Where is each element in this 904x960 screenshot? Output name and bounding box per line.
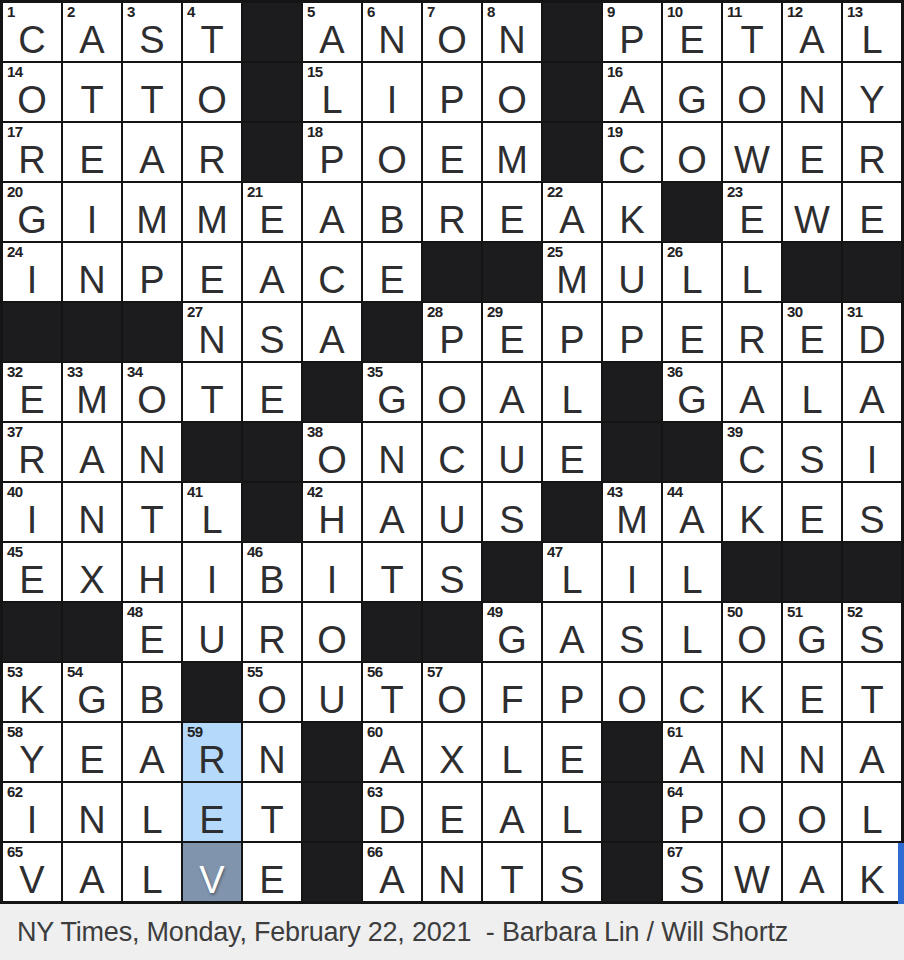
- cell-letter: E: [259, 381, 284, 421]
- cell-r12c13[interactable]: K: [723, 663, 781, 721]
- cell-r6c13[interactable]: R: [723, 303, 781, 361]
- cell-r13c10[interactable]: E: [543, 723, 601, 781]
- cell-r14c7[interactable]: 63D: [363, 783, 421, 841]
- cell-r12c10[interactable]: P: [543, 663, 601, 721]
- cell-r2c2[interactable]: T: [63, 63, 121, 121]
- cell-letter: E: [199, 261, 224, 301]
- cell-r3c1[interactable]: 17R: [3, 123, 61, 181]
- cell-r8c13[interactable]: 39C: [723, 423, 781, 481]
- cell-letter: W: [734, 141, 770, 181]
- cell-r5c2[interactable]: N: [63, 243, 121, 301]
- cell-r5c7[interactable]: E: [363, 243, 421, 301]
- cell-letter: O: [17, 81, 47, 121]
- clue-number: 25: [547, 244, 563, 261]
- cell-r11c9[interactable]: 49G: [483, 603, 541, 661]
- cell-r10c7[interactable]: T: [363, 543, 421, 601]
- cell-r2c5: [243, 63, 301, 121]
- cell-r14c14[interactable]: O: [783, 783, 841, 841]
- cell-r7c10[interactable]: L: [543, 363, 601, 421]
- cell-r5c10[interactable]: 25M: [543, 243, 601, 301]
- cell-r7c15[interactable]: A: [843, 363, 901, 421]
- cell-r10c6[interactable]: I: [303, 543, 361, 601]
- cell-r3c2[interactable]: E: [63, 123, 121, 181]
- cell-r11c13[interactable]: 50O: [723, 603, 781, 661]
- cell-letter: E: [739, 201, 764, 241]
- crossword-grid: 1C2A3S4T5A6N7O8N9P10E11T12A13L14OTTO15LI…: [0, 0, 904, 904]
- cell-r1c14[interactable]: 12A: [783, 3, 841, 61]
- cell-letter: E: [199, 801, 224, 841]
- puzzle-title: NY Times, Monday, February 22, 2021 - Ba…: [17, 917, 788, 948]
- cell-r3c6[interactable]: 18P: [303, 123, 361, 181]
- cell-r13c14[interactable]: N: [783, 723, 841, 781]
- cell-r15c13[interactable]: W: [723, 843, 781, 901]
- clue-number: 65: [7, 844, 23, 861]
- cell-r7c4[interactable]: T: [183, 363, 241, 421]
- cell-r12c14[interactable]: E: [783, 663, 841, 721]
- cell-r14c12[interactable]: 64P: [663, 783, 721, 841]
- cell-r12c15[interactable]: T: [843, 663, 901, 721]
- cell-r4c9[interactable]: E: [483, 183, 541, 241]
- cell-r14c9[interactable]: A: [483, 783, 541, 841]
- cell-r8c2[interactable]: A: [63, 423, 121, 481]
- cell-r6c4[interactable]: 27N: [183, 303, 241, 361]
- cell-r13c3[interactable]: A: [123, 723, 181, 781]
- cell-r8c7[interactable]: N: [363, 423, 421, 481]
- cell-letter: E: [859, 201, 884, 241]
- cell-r4c10[interactable]: 22A: [543, 183, 601, 241]
- cell-r8c9[interactable]: U: [483, 423, 541, 481]
- cell-letter: Y: [19, 741, 44, 781]
- cell-letter: A: [139, 141, 164, 181]
- cell-r6c10[interactable]: P: [543, 303, 601, 361]
- cell-letter: B: [259, 561, 284, 601]
- cell-r2c12[interactable]: G: [663, 63, 721, 121]
- cell-r11c14[interactable]: 51G: [783, 603, 841, 661]
- cell-letter: H: [138, 561, 165, 601]
- cell-r15c10[interactable]: S: [543, 843, 601, 901]
- cell-r1c10: [543, 3, 601, 61]
- cell-r11c5[interactable]: R: [243, 603, 301, 661]
- cell-letter: S: [259, 321, 284, 361]
- cell-r13c12[interactable]: 61A: [663, 723, 721, 781]
- cell-r10c9: [483, 543, 541, 601]
- cell-r13c1[interactable]: 58Y: [3, 723, 61, 781]
- cell-r15c1[interactable]: 65V: [3, 843, 61, 901]
- cell-r4c3[interactable]: M: [123, 183, 181, 241]
- cell-r15c3[interactable]: L: [123, 843, 181, 901]
- clue-number: 11: [727, 4, 742, 21]
- cell-r2c7[interactable]: I: [363, 63, 421, 121]
- cell-r9c14[interactable]: E: [783, 483, 841, 541]
- cell-letter: L: [681, 261, 702, 301]
- cell-r9c13[interactable]: K: [723, 483, 781, 541]
- cell-r8c10[interactable]: E: [543, 423, 601, 481]
- cell-r4c1[interactable]: 20G: [3, 183, 61, 241]
- clue-number: 10: [667, 4, 683, 21]
- cell-r7c7[interactable]: 35G: [363, 363, 421, 421]
- cell-r8c8[interactable]: C: [423, 423, 481, 481]
- cell-letter: A: [499, 381, 524, 421]
- cell-r7c1[interactable]: 32E: [3, 363, 61, 421]
- cell-letter: W: [794, 201, 830, 241]
- cell-r15c9[interactable]: T: [483, 843, 541, 901]
- cell-r11c11[interactable]: S: [603, 603, 661, 661]
- cell-letter: O: [437, 21, 467, 61]
- cell-letter: U: [198, 621, 225, 661]
- cell-r6c9[interactable]: 29E: [483, 303, 541, 361]
- clue-number: 55: [247, 664, 263, 681]
- cell-letter: L: [861, 801, 882, 841]
- cell-r6c2: [63, 303, 121, 361]
- cell-letter: A: [259, 261, 284, 301]
- cell-r13c8[interactable]: X: [423, 723, 481, 781]
- cell-letter: E: [799, 321, 824, 361]
- cell-r3c15[interactable]: R: [843, 123, 901, 181]
- cell-r3c5: [243, 123, 301, 181]
- cell-r3c10: [543, 123, 601, 181]
- cell-r7c5[interactable]: E: [243, 363, 301, 421]
- cell-r5c6[interactable]: C: [303, 243, 361, 301]
- cell-r1c8[interactable]: 7O: [423, 3, 481, 61]
- cell-r9c7[interactable]: A: [363, 483, 421, 541]
- cell-r14c11: [603, 783, 661, 841]
- cell-r3c8[interactable]: E: [423, 123, 481, 181]
- cell-r15c14[interactable]: A: [783, 843, 841, 901]
- cell-letter: N: [258, 741, 285, 781]
- cell-r9c15[interactable]: S: [843, 483, 901, 541]
- cell-r9c12[interactable]: 44A: [663, 483, 721, 541]
- cell-letter: C: [18, 21, 45, 61]
- cell-r1c13[interactable]: 11T: [723, 3, 781, 61]
- cell-r8c6[interactable]: 38O: [303, 423, 361, 481]
- cell-letter: R: [18, 141, 45, 181]
- cell-r2c6[interactable]: 15L: [303, 63, 361, 121]
- clue-number: 32: [7, 364, 23, 381]
- cell-r3c13[interactable]: W: [723, 123, 781, 181]
- cell-letter: T: [860, 681, 883, 721]
- cell-r6c11[interactable]: P: [603, 303, 661, 361]
- cell-r7c2[interactable]: 33M: [63, 363, 121, 421]
- cell-r3c9[interactable]: M: [483, 123, 541, 181]
- cell-letter: R: [438, 201, 465, 241]
- cell-r10c8[interactable]: S: [423, 543, 481, 601]
- cell-r4c6[interactable]: A: [303, 183, 361, 241]
- cell-r9c4[interactable]: 41L: [183, 483, 241, 541]
- cell-letter: T: [500, 861, 523, 901]
- cell-letter: O: [317, 441, 347, 481]
- clue-number: 59: [187, 724, 203, 741]
- cell-r6c6[interactable]: A: [303, 303, 361, 361]
- cell-letter: E: [499, 201, 524, 241]
- cell-r9c9[interactable]: S: [483, 483, 541, 541]
- cell-r2c9[interactable]: O: [483, 63, 541, 121]
- cell-r3c7[interactable]: O: [363, 123, 421, 181]
- cell-letter: E: [439, 141, 464, 181]
- cell-letter: U: [438, 501, 465, 541]
- clue-number: 3: [127, 4, 135, 21]
- cell-r11c10[interactable]: A: [543, 603, 601, 661]
- clue-number: 33: [67, 364, 83, 381]
- cell-letter: E: [259, 201, 284, 241]
- cell-letter: E: [799, 141, 824, 181]
- cell-r1c2[interactable]: 2A: [63, 3, 121, 61]
- cell-r15c4[interactable]: V: [183, 843, 241, 901]
- cell-r13c4[interactable]: 59R: [183, 723, 241, 781]
- cell-r14c13[interactable]: O: [723, 783, 781, 841]
- cell-letter: I: [387, 81, 398, 121]
- cell-r9c11[interactable]: 43M: [603, 483, 661, 541]
- cell-r11c1: [3, 603, 61, 661]
- cell-r7c3[interactable]: 34O: [123, 363, 181, 421]
- cell-r1c4[interactable]: 4T: [183, 3, 241, 61]
- cell-r1c12[interactable]: 10E: [663, 3, 721, 61]
- cell-r5c11[interactable]: U: [603, 243, 661, 301]
- cell-r15c6: [303, 843, 361, 901]
- cell-letter: M: [136, 201, 168, 241]
- cell-r12c8[interactable]: 57O: [423, 663, 481, 721]
- cell-r6c15[interactable]: 31D: [843, 303, 901, 361]
- cell-r13c5[interactable]: N: [243, 723, 301, 781]
- cell-r1c11[interactable]: 9P: [603, 3, 661, 61]
- cell-r8c14[interactable]: S: [783, 423, 841, 481]
- cell-r15c8[interactable]: N: [423, 843, 481, 901]
- cell-letter: E: [439, 801, 464, 841]
- cell-r10c4[interactable]: I: [183, 543, 241, 601]
- clue-number: 21: [247, 184, 263, 201]
- cell-r5c12[interactable]: 26L: [663, 243, 721, 301]
- cell-r12c1[interactable]: 53K: [3, 663, 61, 721]
- cell-r3c11[interactable]: 19C: [603, 123, 661, 181]
- cell-r1c15[interactable]: 13L: [843, 3, 901, 61]
- clue-number: 64: [667, 784, 683, 801]
- cell-letter: L: [501, 741, 522, 781]
- cell-letter: L: [681, 561, 702, 601]
- cell-r4c7[interactable]: B: [363, 183, 421, 241]
- cell-r4c15[interactable]: E: [843, 183, 901, 241]
- cell-r12c5[interactable]: 55O: [243, 663, 301, 721]
- cell-r13c13[interactable]: N: [723, 723, 781, 781]
- cell-r11c6[interactable]: O: [303, 603, 361, 661]
- cell-r4c12: [663, 183, 721, 241]
- cell-letter: I: [27, 801, 38, 841]
- cell-r3c4[interactable]: R: [183, 123, 241, 181]
- clue-number: 19: [607, 124, 623, 141]
- crossword-app: 1C2A3S4T5A6N7O8N9P10E11T12A13L14OTTO15LI…: [0, 0, 904, 960]
- cell-r13c7[interactable]: 60A: [363, 723, 421, 781]
- cell-letter: T: [200, 21, 223, 61]
- clue-number: 22: [547, 184, 563, 201]
- clue-number: 42: [307, 484, 323, 501]
- cell-letter: C: [618, 141, 645, 181]
- cell-letter: H: [318, 501, 345, 541]
- cell-r14c5[interactable]: T: [243, 783, 301, 841]
- cell-letter: P: [559, 321, 584, 361]
- cell-r12c3[interactable]: B: [123, 663, 181, 721]
- cell-r4c13[interactable]: 23E: [723, 183, 781, 241]
- clue-number: 49: [487, 604, 503, 621]
- cell-letter: A: [619, 81, 644, 121]
- cell-r13c2[interactable]: E: [63, 723, 121, 781]
- cell-letter: N: [798, 741, 825, 781]
- cell-r9c1[interactable]: 40I: [3, 483, 61, 541]
- cell-r9c8[interactable]: U: [423, 483, 481, 541]
- cell-r7c13[interactable]: A: [723, 363, 781, 421]
- cell-letter: A: [739, 381, 764, 421]
- cell-r1c1[interactable]: 1C: [3, 3, 61, 61]
- cell-r13c9[interactable]: L: [483, 723, 541, 781]
- cell-letter: N: [498, 21, 525, 61]
- clue-number: 58: [7, 724, 23, 741]
- cell-letter: O: [197, 81, 227, 121]
- cell-r1c7[interactable]: 6N: [363, 3, 421, 61]
- cell-r8c15[interactable]: I: [843, 423, 901, 481]
- cell-r5c5[interactable]: A: [243, 243, 301, 301]
- cell-r9c3[interactable]: T: [123, 483, 181, 541]
- cell-r4c2[interactable]: I: [63, 183, 121, 241]
- cell-r12c9[interactable]: F: [483, 663, 541, 721]
- cell-letter: O: [797, 801, 827, 841]
- cell-r8c1[interactable]: 37R: [3, 423, 61, 481]
- cell-r6c14[interactable]: 30E: [783, 303, 841, 361]
- cell-letter: A: [859, 381, 884, 421]
- cell-r14c15[interactable]: L: [843, 783, 901, 841]
- cell-r4c5[interactable]: 21E: [243, 183, 301, 241]
- cell-r1c6[interactable]: 5A: [303, 3, 361, 61]
- cell-letter: N: [198, 321, 225, 361]
- cell-r15c12[interactable]: 67S: [663, 843, 721, 901]
- cell-r2c1[interactable]: 14O: [3, 63, 61, 121]
- cell-r10c5[interactable]: 46B: [243, 543, 301, 601]
- cell-r14c8[interactable]: E: [423, 783, 481, 841]
- cell-letter: A: [79, 861, 104, 901]
- cell-letter: A: [79, 441, 104, 481]
- cell-r13c15[interactable]: A: [843, 723, 901, 781]
- cell-letter: I: [27, 261, 38, 301]
- cell-r5c3[interactable]: P: [123, 243, 181, 301]
- scrollbar-thumb[interactable]: [898, 843, 904, 904]
- cell-letter: G: [17, 201, 47, 241]
- cell-r15c2[interactable]: A: [63, 843, 121, 901]
- cell-letter: R: [198, 141, 225, 181]
- clue-number: 1: [7, 4, 15, 21]
- cell-r5c1[interactable]: 24I: [3, 243, 61, 301]
- cell-r3c14[interactable]: E: [783, 123, 841, 181]
- cell-letter: A: [559, 621, 584, 661]
- cell-letter: A: [79, 21, 104, 61]
- cell-r15c5[interactable]: E: [243, 843, 301, 901]
- clue-number: 13: [847, 4, 863, 21]
- cell-letter: A: [679, 501, 704, 541]
- cell-r2c13[interactable]: O: [723, 63, 781, 121]
- cell-r7c8[interactable]: O: [423, 363, 481, 421]
- cell-r12c6[interactable]: U: [303, 663, 361, 721]
- cell-r8c5: [243, 423, 301, 481]
- cell-r11c4[interactable]: U: [183, 603, 241, 661]
- cell-letter: G: [377, 381, 407, 421]
- cell-r12c2[interactable]: 54G: [63, 663, 121, 721]
- cell-letter: P: [559, 681, 584, 721]
- cell-r10c12[interactable]: L: [663, 543, 721, 601]
- cell-r10c3[interactable]: H: [123, 543, 181, 601]
- cell-r4c4[interactable]: M: [183, 183, 241, 241]
- cell-r15c7[interactable]: 66A: [363, 843, 421, 901]
- cell-r14c10[interactable]: L: [543, 783, 601, 841]
- cell-letter: T: [260, 801, 283, 841]
- cell-r4c11[interactable]: K: [603, 183, 661, 241]
- cell-letter: C: [738, 441, 765, 481]
- cell-r14c4[interactable]: E: [183, 783, 241, 841]
- cell-r14c6: [303, 783, 361, 841]
- cell-r4c8[interactable]: R: [423, 183, 481, 241]
- cell-r3c3[interactable]: A: [123, 123, 181, 181]
- cell-r10c2[interactable]: X: [63, 543, 121, 601]
- cell-r2c15[interactable]: Y: [843, 63, 901, 121]
- cell-r14c3[interactable]: L: [123, 783, 181, 841]
- cell-r7c12[interactable]: 36G: [663, 363, 721, 421]
- cell-r2c11[interactable]: 16A: [603, 63, 661, 121]
- cell-r5c4[interactable]: E: [183, 243, 241, 301]
- cell-r5c13[interactable]: L: [723, 243, 781, 301]
- cell-letter: T: [380, 561, 403, 601]
- cell-r11c12[interactable]: L: [663, 603, 721, 661]
- cell-r12c7[interactable]: 56T: [363, 663, 421, 721]
- clue-number: 15: [307, 64, 323, 81]
- cell-letter: L: [801, 381, 822, 421]
- cell-r10c11[interactable]: I: [603, 543, 661, 601]
- cell-r2c4[interactable]: O: [183, 63, 241, 121]
- cell-r14c2[interactable]: N: [63, 783, 121, 841]
- cell-r2c8[interactable]: P: [423, 63, 481, 121]
- cell-r12c12[interactable]: C: [663, 663, 721, 721]
- clue-number: 47: [547, 544, 563, 561]
- cell-r10c10[interactable]: 47L: [543, 543, 601, 601]
- cell-r1c9[interactable]: 8N: [483, 3, 541, 61]
- cell-r6c5[interactable]: S: [243, 303, 301, 361]
- cell-r11c3[interactable]: 48E: [123, 603, 181, 661]
- cell-r1c3[interactable]: 3S: [123, 3, 181, 61]
- cell-letter: L: [201, 501, 222, 541]
- cell-letter: A: [319, 321, 344, 361]
- cell-r5c9: [483, 243, 541, 301]
- cell-r14c1[interactable]: 62I: [3, 783, 61, 841]
- cell-letter: M: [196, 201, 228, 241]
- cell-r15c15[interactable]: K: [843, 843, 901, 901]
- cell-r2c3[interactable]: T: [123, 63, 181, 121]
- cell-r12c11[interactable]: O: [603, 663, 661, 721]
- cell-letter: O: [677, 141, 707, 181]
- cell-r7c14[interactable]: L: [783, 363, 841, 421]
- cell-r2c14[interactable]: N: [783, 63, 841, 121]
- cell-r4c14[interactable]: W: [783, 183, 841, 241]
- cell-letter: X: [439, 741, 464, 781]
- cell-r9c2[interactable]: N: [63, 483, 121, 541]
- clue-number: 44: [667, 484, 683, 501]
- cell-letter: K: [739, 501, 764, 541]
- cell-letter: A: [799, 861, 824, 901]
- cell-letter: P: [139, 261, 164, 301]
- clue-number: 57: [427, 664, 443, 681]
- cell-r6c12[interactable]: E: [663, 303, 721, 361]
- cell-r11c15[interactable]: 52S: [843, 603, 901, 661]
- cell-r9c6[interactable]: 42H: [303, 483, 361, 541]
- cell-r8c3[interactable]: N: [123, 423, 181, 481]
- cell-r10c1[interactable]: 45E: [3, 543, 61, 601]
- cell-r3c12[interactable]: O: [663, 123, 721, 181]
- clue-number: 18: [307, 124, 323, 141]
- cell-r7c9[interactable]: A: [483, 363, 541, 421]
- cell-letter: B: [139, 681, 164, 721]
- cell-r6c8[interactable]: 28P: [423, 303, 481, 361]
